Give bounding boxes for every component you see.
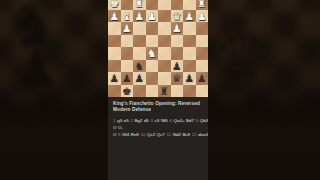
board-square: ♚ [121, 85, 134, 98]
board-square [196, 47, 209, 60]
board-square: ♟ [171, 60, 184, 73]
move-number: 11. [166, 132, 172, 137]
board-square [121, 35, 134, 48]
white-pawn-piece: ♟ [183, 10, 196, 23]
move-san: Bc8 [182, 132, 190, 137]
white-pawn-piece: ♟ [121, 22, 134, 35]
board-square [146, 85, 159, 98]
board-square [133, 22, 146, 35]
board-square: ♛ [171, 10, 184, 23]
blurred-right-background: ♛ [208, 0, 320, 180]
board-square [146, 22, 159, 35]
background-shade [208, 0, 320, 180]
white-pawn-piece: ♟ [133, 10, 146, 23]
board-square [146, 35, 159, 48]
board-square [183, 85, 196, 98]
move-san: Re8 [131, 132, 139, 137]
move-number: 4. [169, 118, 173, 123]
white-pawn-piece: ♟ [171, 22, 184, 35]
board-square [196, 60, 209, 73]
black-king-piece: ♚ [121, 85, 134, 98]
white-pawn-piece: ♟ [196, 10, 209, 23]
board-square [158, 60, 171, 73]
background-shade [0, 0, 108, 180]
move-san: Qc2 [147, 132, 155, 137]
board-square: ♟ [121, 72, 134, 85]
video-panel[interactable]: ♚♜♜♟♝♟♟♛♟♟♟♟♞♞♟♟♟♟♛♟♟♚♜ King's Fianchett… [108, 0, 208, 180]
move-san: Nf4 [122, 132, 129, 137]
move-san: d5 [144, 118, 149, 123]
move-san: Nf6 [161, 118, 168, 123]
opening-title: King's Fianchetto Opening: Reversed Mode… [113, 101, 204, 113]
board-square [158, 10, 171, 23]
board-square: ♞ [133, 60, 146, 73]
board-square [158, 47, 171, 60]
board-square [183, 0, 196, 10]
black-rook-piece: ♜ [158, 85, 171, 98]
board-square [133, 47, 146, 60]
white-bishop-piece: ♝ [121, 10, 134, 23]
board-square [171, 47, 184, 60]
board-square [121, 0, 134, 10]
white-knight-piece: ♞ [146, 47, 159, 60]
move-number: 12. [192, 132, 198, 137]
board-square: ♟ [171, 22, 184, 35]
black-pawn-piece: ♟ [196, 72, 209, 85]
board-square [121, 60, 134, 73]
board-square [171, 35, 184, 48]
move-number: 3. [150, 118, 154, 123]
black-pawn-piece: ♟ [133, 72, 146, 85]
black-knight-piece: ♞ [133, 60, 146, 73]
board-square [121, 47, 134, 60]
board-square: ♜ [133, 0, 146, 10]
board-square [183, 35, 196, 48]
board-square [196, 85, 209, 98]
white-king-piece: ♚ [108, 0, 121, 10]
board-square: ♞ [146, 47, 159, 60]
board-square: ♝ [121, 10, 134, 23]
board-square: ♟ [196, 10, 209, 23]
board-square [158, 22, 171, 35]
move-san: e5 [124, 118, 129, 123]
white-rook-piece: ♜ [133, 0, 146, 10]
move-san: Qa4+ [174, 118, 185, 123]
board-square [133, 35, 146, 48]
board-square [171, 85, 184, 98]
board-square: ♜ [158, 85, 171, 98]
board-square [146, 60, 159, 73]
board-square [158, 72, 171, 85]
board-square [108, 85, 121, 98]
move-san: c3 [155, 118, 160, 123]
board-square [108, 47, 121, 60]
board-square: ♟ [133, 72, 146, 85]
board-square [108, 22, 121, 35]
board-square [146, 0, 159, 10]
board-square: ♟ [121, 22, 134, 35]
board-square [108, 35, 121, 48]
move-san: Qb3 [200, 118, 208, 123]
board-square: ♟ [108, 72, 121, 85]
chess-board: ♚♜♜♟♝♟♟♛♟♟♟♟♞♞♟♟♟♟♛♟♟♚♜ [108, 0, 208, 97]
move-number: 10. [140, 132, 146, 137]
board-square: ♟ [108, 10, 121, 23]
board-square: ♟ [146, 10, 159, 23]
white-queen-piece: ♛ [171, 10, 184, 23]
move-san: Bg2 [135, 118, 143, 123]
move-number: 2. [130, 118, 134, 123]
board-square [158, 35, 171, 48]
board-square: ♟ [183, 72, 196, 85]
blurred-left-background: ♞ ♟ [0, 0, 108, 180]
black-pawn-piece: ♟ [183, 72, 196, 85]
board-square [171, 0, 184, 10]
black-pawn-piece: ♟ [108, 72, 121, 85]
black-pawn-piece: ♟ [171, 60, 184, 73]
black-pawn-piece: ♟ [121, 72, 134, 85]
board-square [158, 0, 171, 10]
board-square [146, 72, 159, 85]
move-san: Nd2 [173, 132, 181, 137]
move-san: g3 [117, 118, 122, 123]
black-queen-piece: ♛ [171, 72, 184, 85]
move-san: Bd7 [186, 118, 194, 123]
white-rook-piece: ♜ [196, 0, 209, 10]
board-square [183, 22, 196, 35]
board-square: ♟ [133, 10, 146, 23]
board-square [196, 22, 209, 35]
white-pawn-piece: ♟ [146, 10, 159, 23]
board-square [108, 60, 121, 73]
move-number: 5. [195, 118, 199, 123]
board-square [196, 35, 209, 48]
board-square: ♟ [196, 72, 209, 85]
board-square [183, 47, 196, 60]
board-square [183, 60, 196, 73]
board-square: ♚ [108, 0, 121, 10]
move-san: dxe4 [198, 132, 208, 137]
board-square: ♟ [183, 10, 196, 23]
board-square [133, 85, 146, 98]
board-square: ♛ [171, 72, 184, 85]
white-pawn-piece: ♟ [108, 10, 121, 23]
board-square: ♜ [196, 0, 209, 10]
move-list: 1.g3e52.Bg2d53.c3Nf64.Qa4+Bd75.Qb3c66.d4… [113, 118, 205, 139]
move-san: Qc7 [157, 132, 165, 137]
